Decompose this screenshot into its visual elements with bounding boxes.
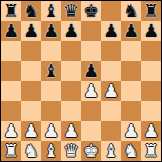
- white-pawn-piece[interactable]: ♟: [23, 121, 39, 141]
- square-a7[interactable]: ♟: [1, 21, 21, 41]
- white-pawn-piece[interactable]: ♟: [3, 121, 19, 141]
- black-pawn-piece[interactable]: ♟: [143, 21, 159, 41]
- square-e4[interactable]: ♟: [81, 81, 101, 101]
- square-h8[interactable]: ♜: [141, 1, 161, 21]
- square-b5[interactable]: [21, 61, 41, 81]
- square-h7[interactable]: ♟: [141, 21, 161, 41]
- square-g5[interactable]: [121, 61, 141, 81]
- black-pawn-piece[interactable]: ♟: [63, 21, 79, 41]
- square-b3[interactable]: [21, 101, 41, 121]
- square-d4[interactable]: [61, 81, 81, 101]
- square-b6[interactable]: [21, 41, 41, 61]
- square-h3[interactable]: [141, 101, 161, 121]
- square-g6[interactable]: [121, 41, 141, 61]
- square-f1[interactable]: ♝: [101, 141, 121, 161]
- white-pawn-piece[interactable]: ♟: [143, 121, 159, 141]
- square-f8[interactable]: [101, 1, 121, 21]
- white-pawn-piece[interactable]: ♟: [83, 81, 99, 101]
- square-a5[interactable]: [1, 61, 21, 81]
- square-a2[interactable]: ♟: [1, 121, 21, 141]
- square-c5[interactable]: ♝: [41, 61, 61, 81]
- white-rook-piece[interactable]: ♜: [143, 141, 159, 161]
- black-knight-piece[interactable]: ♞: [23, 1, 39, 21]
- square-d7[interactable]: ♟: [61, 21, 81, 41]
- square-c3[interactable]: [41, 101, 61, 121]
- square-e8[interactable]: ♚: [81, 1, 101, 21]
- white-pawn-piece[interactable]: ♟: [63, 121, 79, 141]
- white-rook-piece[interactable]: ♜: [3, 141, 19, 161]
- black-pawn-piece[interactable]: ♟: [3, 21, 19, 41]
- black-queen-piece[interactable]: ♛: [63, 1, 79, 21]
- square-f5[interactable]: [101, 61, 121, 81]
- white-king-piece[interactable]: ♚: [83, 141, 99, 161]
- square-a4[interactable]: [1, 81, 21, 101]
- square-g8[interactable]: ♞: [121, 1, 141, 21]
- black-rook-piece[interactable]: ♜: [3, 1, 19, 21]
- white-pawn-piece[interactable]: ♟: [43, 121, 59, 141]
- square-e5[interactable]: ♟: [81, 61, 101, 81]
- white-knight-piece[interactable]: ♞: [123, 141, 139, 161]
- black-king-piece[interactable]: ♚: [83, 1, 99, 21]
- square-g1[interactable]: ♞: [121, 141, 141, 161]
- square-d2[interactable]: ♟: [61, 121, 81, 141]
- square-g2[interactable]: ♟: [121, 121, 141, 141]
- square-f7[interactable]: ♟: [101, 21, 121, 41]
- square-c1[interactable]: ♝: [41, 141, 61, 161]
- square-a8[interactable]: ♜: [1, 1, 21, 21]
- square-e6[interactable]: [81, 41, 101, 61]
- white-pawn-piece[interactable]: ♟: [123, 121, 139, 141]
- square-f3[interactable]: [101, 101, 121, 121]
- square-b1[interactable]: ♞: [21, 141, 41, 161]
- square-e2[interactable]: [81, 121, 101, 141]
- square-c6[interactable]: [41, 41, 61, 61]
- square-a1[interactable]: ♜: [1, 141, 21, 161]
- square-g3[interactable]: [121, 101, 141, 121]
- black-pawn-piece[interactable]: ♟: [103, 21, 119, 41]
- black-rook-piece[interactable]: ♜: [143, 1, 159, 21]
- square-h4[interactable]: [141, 81, 161, 101]
- square-e1[interactable]: ♚: [81, 141, 101, 161]
- square-h1[interactable]: ♜: [141, 141, 161, 161]
- square-b7[interactable]: ♟: [21, 21, 41, 41]
- square-c2[interactable]: ♟: [41, 121, 61, 141]
- black-bishop-piece[interactable]: ♝: [43, 1, 59, 21]
- square-h2[interactable]: ♟: [141, 121, 161, 141]
- square-e3[interactable]: [81, 101, 101, 121]
- square-d5[interactable]: [61, 61, 81, 81]
- white-bishop-piece[interactable]: ♝: [43, 141, 59, 161]
- square-f2[interactable]: [101, 121, 121, 141]
- square-d6[interactable]: [61, 41, 81, 61]
- square-g4[interactable]: [121, 81, 141, 101]
- white-knight-piece[interactable]: ♞: [23, 141, 39, 161]
- square-h5[interactable]: [141, 61, 161, 81]
- square-e7[interactable]: [81, 21, 101, 41]
- square-b8[interactable]: ♞: [21, 1, 41, 21]
- chess-board: ♜♞♝♛♚♞♜♟♟♟♟♟♟♟♝♟♟♟♟♟♟♟♟♟♜♞♝♛♚♝♞♜: [0, 0, 162, 162]
- square-g7[interactable]: ♟: [121, 21, 141, 41]
- black-knight-piece[interactable]: ♞: [123, 1, 139, 21]
- white-bishop-piece[interactable]: ♝: [103, 141, 119, 161]
- square-c8[interactable]: ♝: [41, 1, 61, 21]
- white-queen-piece[interactable]: ♛: [63, 141, 79, 161]
- square-c7[interactable]: ♟: [41, 21, 61, 41]
- black-pawn-piece[interactable]: ♟: [43, 21, 59, 41]
- square-f6[interactable]: [101, 41, 121, 61]
- black-pawn-piece[interactable]: ♟: [123, 21, 139, 41]
- square-c4[interactable]: [41, 81, 61, 101]
- white-pawn-piece[interactable]: ♟: [103, 81, 119, 101]
- square-b4[interactable]: [21, 81, 41, 101]
- square-f4[interactable]: ♟: [101, 81, 121, 101]
- black-pawn-piece[interactable]: ♟: [23, 21, 39, 41]
- square-d1[interactable]: ♛: [61, 141, 81, 161]
- square-h6[interactable]: [141, 41, 161, 61]
- square-a6[interactable]: [1, 41, 21, 61]
- square-b2[interactable]: ♟: [21, 121, 41, 141]
- square-a3[interactable]: [1, 101, 21, 121]
- black-bishop-piece[interactable]: ♝: [43, 61, 59, 81]
- square-d3[interactable]: [61, 101, 81, 121]
- square-d8[interactable]: ♛: [61, 1, 81, 21]
- black-pawn-piece[interactable]: ♟: [83, 61, 99, 81]
